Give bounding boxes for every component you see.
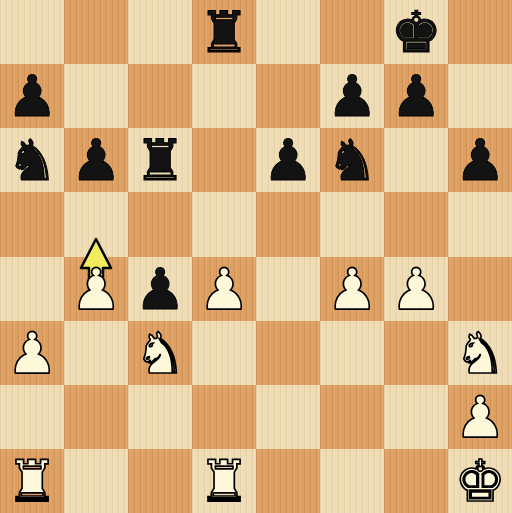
- square-g1[interactable]: [384, 449, 448, 513]
- square-e1[interactable]: [256, 449, 320, 513]
- square-g5[interactable]: [384, 192, 448, 256]
- square-a5[interactable]: [0, 192, 64, 256]
- square-b2[interactable]: [64, 385, 128, 449]
- piece-black-rook[interactable]: ♜: [134, 128, 185, 192]
- square-b1[interactable]: [64, 449, 128, 513]
- piece-white-pawn[interactable]: ♟: [6, 321, 57, 385]
- square-g3[interactable]: [384, 321, 448, 385]
- square-h1[interactable]: ♚: [448, 449, 512, 513]
- square-f2[interactable]: [320, 385, 384, 449]
- square-d3[interactable]: [192, 321, 256, 385]
- square-h6[interactable]: ♟: [448, 128, 512, 192]
- square-g4[interactable]: ♟: [384, 257, 448, 321]
- square-f1[interactable]: [320, 449, 384, 513]
- piece-black-pawn[interactable]: ♟: [6, 64, 57, 128]
- square-e6[interactable]: ♟: [256, 128, 320, 192]
- piece-black-knight[interactable]: ♞: [326, 128, 377, 192]
- square-d1[interactable]: ♜: [192, 449, 256, 513]
- piece-black-rook[interactable]: ♜: [198, 0, 249, 64]
- square-e5[interactable]: [256, 192, 320, 256]
- square-h3[interactable]: ♞: [448, 321, 512, 385]
- piece-white-pawn[interactable]: ♟: [454, 385, 505, 449]
- square-e2[interactable]: [256, 385, 320, 449]
- piece-black-knight[interactable]: ♞: [6, 128, 57, 192]
- square-f8[interactable]: [320, 0, 384, 64]
- piece-white-pawn[interactable]: ♟: [70, 257, 121, 321]
- square-a6[interactable]: ♞: [0, 128, 64, 192]
- square-h5[interactable]: [448, 192, 512, 256]
- square-d2[interactable]: [192, 385, 256, 449]
- square-f5[interactable]: [320, 192, 384, 256]
- piece-white-rook[interactable]: ♜: [198, 449, 249, 513]
- square-a3[interactable]: ♟: [0, 321, 64, 385]
- square-h2[interactable]: ♟: [448, 385, 512, 449]
- square-g6[interactable]: [384, 128, 448, 192]
- piece-black-pawn[interactable]: ♟: [454, 128, 505, 192]
- square-c6[interactable]: ♜: [128, 128, 192, 192]
- square-c1[interactable]: [128, 449, 192, 513]
- square-h7[interactable]: [448, 64, 512, 128]
- square-h8[interactable]: [448, 0, 512, 64]
- square-a2[interactable]: [0, 385, 64, 449]
- square-g8[interactable]: ♚: [384, 0, 448, 64]
- square-c4[interactable]: ♟: [128, 257, 192, 321]
- piece-white-knight[interactable]: ♞: [134, 321, 185, 385]
- square-f7[interactable]: ♟: [320, 64, 384, 128]
- piece-black-pawn[interactable]: ♟: [70, 128, 121, 192]
- piece-black-pawn[interactable]: ♟: [134, 257, 185, 321]
- square-a8[interactable]: [0, 0, 64, 64]
- square-e4[interactable]: [256, 257, 320, 321]
- square-d5[interactable]: [192, 192, 256, 256]
- square-e3[interactable]: [256, 321, 320, 385]
- square-g2[interactable]: [384, 385, 448, 449]
- square-e8[interactable]: [256, 0, 320, 64]
- piece-white-pawn[interactable]: ♟: [390, 257, 441, 321]
- square-c7[interactable]: [128, 64, 192, 128]
- piece-white-rook[interactable]: ♜: [6, 449, 57, 513]
- square-b8[interactable]: [64, 0, 128, 64]
- piece-black-king[interactable]: ♚: [390, 0, 441, 64]
- chess-app: ♜♚♟♟♟♞♟♜♟♞♟♟♟♟♟♟♟♞♞♟♜♜♚: [0, 0, 512, 513]
- square-d6[interactable]: [192, 128, 256, 192]
- piece-black-pawn[interactable]: ♟: [262, 128, 313, 192]
- square-b6[interactable]: ♟: [64, 128, 128, 192]
- piece-white-pawn[interactable]: ♟: [198, 257, 249, 321]
- square-f3[interactable]: [320, 321, 384, 385]
- square-a4[interactable]: [0, 257, 64, 321]
- piece-white-pawn[interactable]: ♟: [326, 257, 377, 321]
- square-a1[interactable]: ♜: [0, 449, 64, 513]
- square-c3[interactable]: ♞: [128, 321, 192, 385]
- square-b7[interactable]: [64, 64, 128, 128]
- square-e7[interactable]: [256, 64, 320, 128]
- piece-black-pawn[interactable]: ♟: [326, 64, 377, 128]
- square-a7[interactable]: ♟: [0, 64, 64, 128]
- piece-white-king[interactable]: ♚: [454, 449, 505, 513]
- square-g7[interactable]: ♟: [384, 64, 448, 128]
- square-d8[interactable]: ♜: [192, 0, 256, 64]
- square-d4[interactable]: ♟: [192, 257, 256, 321]
- square-b4[interactable]: ♟: [64, 257, 128, 321]
- square-h4[interactable]: [448, 257, 512, 321]
- chess-board: ♜♚♟♟♟♞♟♜♟♞♟♟♟♟♟♟♟♞♞♟♜♜♚: [0, 0, 512, 513]
- square-f4[interactable]: ♟: [320, 257, 384, 321]
- piece-black-pawn[interactable]: ♟: [390, 64, 441, 128]
- square-b5[interactable]: [64, 192, 128, 256]
- square-c2[interactable]: [128, 385, 192, 449]
- square-c8[interactable]: [128, 0, 192, 64]
- square-f6[interactable]: ♞: [320, 128, 384, 192]
- piece-white-knight[interactable]: ♞: [454, 321, 505, 385]
- square-b3[interactable]: [64, 321, 128, 385]
- square-d7[interactable]: [192, 64, 256, 128]
- square-c5[interactable]: [128, 192, 192, 256]
